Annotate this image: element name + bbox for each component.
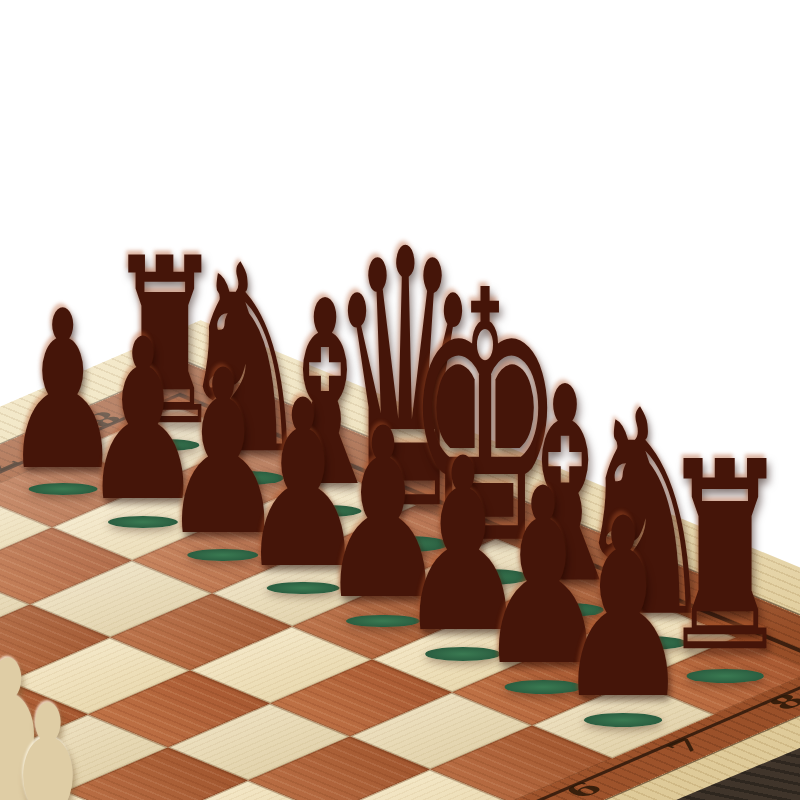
photo-scene: 87876 ♜♞♝♛♚♝♞♜♟♟♟♟♟♟♟♟♟♟ xyxy=(0,0,800,800)
chess-board: 87876 xyxy=(0,407,800,800)
